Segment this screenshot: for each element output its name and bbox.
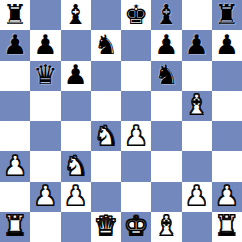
- square-d3[interactable]: [91, 151, 121, 181]
- square-e1[interactable]: ♚: [121, 212, 151, 242]
- square-d7[interactable]: ♞: [91, 30, 121, 60]
- square-c2[interactable]: ♟: [61, 182, 91, 212]
- square-g7[interactable]: ♟: [182, 30, 212, 60]
- square-b5[interactable]: [30, 91, 60, 121]
- square-a4[interactable]: [0, 121, 30, 151]
- piece-black-bishop[interactable]: ♝: [64, 1, 88, 28]
- piece-black-knight[interactable]: ♞: [154, 61, 178, 88]
- square-d6[interactable]: [91, 61, 121, 91]
- square-f7[interactable]: ♟: [151, 30, 181, 60]
- piece-white-bishop[interactable]: ♝: [154, 212, 178, 239]
- square-a7[interactable]: ♟: [0, 30, 30, 60]
- piece-white-pawn[interactable]: ♟: [33, 182, 57, 209]
- square-f4[interactable]: [151, 121, 181, 151]
- square-a3[interactable]: ♟: [0, 151, 30, 181]
- square-f8[interactable]: ♝: [151, 0, 181, 30]
- chess-board: ♜♝♚♝♜♟♟♞♟♟♟♛♟♞♝♞♟♟♞♟♟♟♟♜♛♚♝♜: [0, 0, 242, 242]
- square-b4[interactable]: [30, 121, 60, 151]
- square-a6[interactable]: [0, 61, 30, 91]
- piece-black-pawn[interactable]: ♟: [185, 31, 209, 58]
- square-h6[interactable]: [212, 61, 242, 91]
- square-d5[interactable]: [91, 91, 121, 121]
- piece-white-queen[interactable]: ♛: [94, 212, 118, 239]
- piece-black-rook[interactable]: ♜: [215, 1, 239, 28]
- piece-white-king[interactable]: ♚: [124, 212, 148, 239]
- square-e4[interactable]: ♟: [121, 121, 151, 151]
- piece-black-pawn[interactable]: ♟: [33, 31, 57, 58]
- square-c4[interactable]: [61, 121, 91, 151]
- piece-black-queen[interactable]: ♛: [33, 61, 57, 88]
- piece-black-rook[interactable]: ♜: [3, 1, 27, 28]
- square-e2[interactable]: [121, 182, 151, 212]
- square-d4[interactable]: ♞: [91, 121, 121, 151]
- square-g6[interactable]: [182, 61, 212, 91]
- square-b3[interactable]: [30, 151, 60, 181]
- square-b1[interactable]: [30, 212, 60, 242]
- piece-black-bishop[interactable]: ♝: [154, 1, 178, 28]
- square-b8[interactable]: [30, 0, 60, 30]
- square-f2[interactable]: [151, 182, 181, 212]
- piece-white-rook[interactable]: ♜: [215, 212, 239, 239]
- square-h5[interactable]: [212, 91, 242, 121]
- square-b6[interactable]: ♛: [30, 61, 60, 91]
- square-e6[interactable]: [121, 61, 151, 91]
- square-h2[interactable]: ♟: [212, 182, 242, 212]
- piece-white-rook[interactable]: ♜: [3, 212, 27, 239]
- square-a2[interactable]: [0, 182, 30, 212]
- piece-white-knight[interactable]: ♞: [64, 152, 88, 179]
- square-h7[interactable]: ♟: [212, 30, 242, 60]
- square-h1[interactable]: ♜: [212, 212, 242, 242]
- piece-black-pawn[interactable]: ♟: [215, 31, 239, 58]
- square-e7[interactable]: [121, 30, 151, 60]
- square-a8[interactable]: ♜: [0, 0, 30, 30]
- square-a5[interactable]: [0, 91, 30, 121]
- square-e8[interactable]: ♚: [121, 0, 151, 30]
- square-g2[interactable]: ♟: [182, 182, 212, 212]
- piece-white-pawn[interactable]: ♟: [215, 182, 239, 209]
- square-g1[interactable]: [182, 212, 212, 242]
- piece-white-bishop[interactable]: ♝: [185, 91, 209, 118]
- piece-white-pawn[interactable]: ♟: [124, 122, 148, 149]
- square-e3[interactable]: [121, 151, 151, 181]
- square-e5[interactable]: [121, 91, 151, 121]
- square-g3[interactable]: [182, 151, 212, 181]
- square-b7[interactable]: ♟: [30, 30, 60, 60]
- square-g8[interactable]: [182, 0, 212, 30]
- piece-white-pawn[interactable]: ♟: [185, 182, 209, 209]
- square-g4[interactable]: [182, 121, 212, 151]
- square-f3[interactable]: [151, 151, 181, 181]
- square-c5[interactable]: [61, 91, 91, 121]
- piece-white-knight[interactable]: ♞: [94, 122, 118, 149]
- square-d8[interactable]: [91, 0, 121, 30]
- square-c8[interactable]: ♝: [61, 0, 91, 30]
- square-h3[interactable]: [212, 151, 242, 181]
- square-d1[interactable]: ♛: [91, 212, 121, 242]
- square-c6[interactable]: ♟: [61, 61, 91, 91]
- square-c3[interactable]: ♞: [61, 151, 91, 181]
- square-a1[interactable]: ♜: [0, 212, 30, 242]
- square-d2[interactable]: [91, 182, 121, 212]
- square-h4[interactable]: [212, 121, 242, 151]
- square-g5[interactable]: ♝: [182, 91, 212, 121]
- square-f1[interactable]: ♝: [151, 212, 181, 242]
- square-h8[interactable]: ♜: [212, 0, 242, 30]
- square-f5[interactable]: [151, 91, 181, 121]
- square-c7[interactable]: [61, 30, 91, 60]
- piece-black-pawn[interactable]: ♟: [154, 31, 178, 58]
- piece-black-pawn[interactable]: ♟: [3, 31, 27, 58]
- piece-black-king[interactable]: ♚: [124, 1, 148, 28]
- square-b2[interactable]: ♟: [30, 182, 60, 212]
- piece-white-pawn[interactable]: ♟: [3, 152, 27, 179]
- square-f6[interactable]: ♞: [151, 61, 181, 91]
- square-c1[interactable]: [61, 212, 91, 242]
- piece-black-pawn[interactable]: ♟: [64, 61, 88, 88]
- piece-white-pawn[interactable]: ♟: [64, 182, 88, 209]
- piece-black-knight[interactable]: ♞: [94, 31, 118, 58]
